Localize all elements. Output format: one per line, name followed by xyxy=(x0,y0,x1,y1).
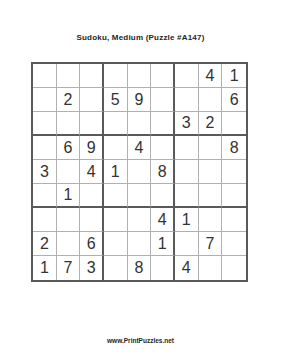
cell-r7-c8[interactable] xyxy=(199,208,223,232)
cell-r6-c4[interactable] xyxy=(104,184,128,208)
cell-r9-c6[interactable] xyxy=(151,256,175,280)
cell-r2-c9[interactable]: 6 xyxy=(222,88,246,112)
cell-r8-c5[interactable] xyxy=(128,232,152,256)
cell-r9-c1[interactable]: 1 xyxy=(33,256,57,280)
cell-r1-c5[interactable] xyxy=(128,64,152,88)
cell-r2-c1[interactable] xyxy=(33,88,57,112)
cell-r7-c4[interactable] xyxy=(104,208,128,232)
cell-r6-c7[interactable] xyxy=(175,184,199,208)
cell-r6-c9[interactable] xyxy=(222,184,246,208)
cell-r8-c1[interactable]: 2 xyxy=(33,232,57,256)
cell-r5-c6[interactable]: 8 xyxy=(151,160,175,184)
cell-r2-c3[interactable] xyxy=(80,88,104,112)
cell-r9-c9[interactable] xyxy=(222,256,246,280)
cell-r9-c3[interactable]: 3 xyxy=(80,256,104,280)
cell-r5-c4[interactable]: 1 xyxy=(104,160,128,184)
sudoku-board: 4125963269483418141261717384 xyxy=(31,62,248,282)
cell-r9-c5[interactable]: 8 xyxy=(128,256,152,280)
cell-r7-c6[interactable]: 4 xyxy=(151,208,175,232)
cell-r4-c9[interactable]: 8 xyxy=(222,136,246,160)
cell-r9-c8[interactable] xyxy=(199,256,223,280)
cell-r6-c5[interactable] xyxy=(128,184,152,208)
cell-r4-c3[interactable]: 9 xyxy=(80,136,104,160)
cell-r3-c1[interactable] xyxy=(33,112,57,136)
cell-r4-c6[interactable] xyxy=(151,136,175,160)
cell-r8-c8[interactable]: 7 xyxy=(199,232,223,256)
cell-r3-c9[interactable] xyxy=(222,112,246,136)
cell-r7-c7[interactable]: 1 xyxy=(175,208,199,232)
cell-r5-c2[interactable] xyxy=(57,160,81,184)
cell-r1-c1[interactable] xyxy=(33,64,57,88)
cell-r8-c7[interactable] xyxy=(175,232,199,256)
cell-r6-c1[interactable] xyxy=(33,184,57,208)
cell-r2-c7[interactable] xyxy=(175,88,199,112)
cell-r1-c7[interactable] xyxy=(175,64,199,88)
cell-r8-c3[interactable]: 6 xyxy=(80,232,104,256)
cell-r3-c2[interactable] xyxy=(57,112,81,136)
cell-r5-c9[interactable] xyxy=(222,160,246,184)
cell-r4-c4[interactable] xyxy=(104,136,128,160)
cell-r3-c8[interactable]: 2 xyxy=(199,112,223,136)
cell-r9-c7[interactable]: 4 xyxy=(175,256,199,280)
cell-r7-c9[interactable] xyxy=(222,208,246,232)
cell-r4-c5[interactable]: 4 xyxy=(128,136,152,160)
cell-r9-c4[interactable] xyxy=(104,256,128,280)
cell-r6-c8[interactable] xyxy=(199,184,223,208)
cell-r7-c2[interactable] xyxy=(57,208,81,232)
cell-r8-c4[interactable] xyxy=(104,232,128,256)
cell-r7-c3[interactable] xyxy=(80,208,104,232)
puzzle-title: Sudoku, Medium (Puzzle #A147) xyxy=(0,33,281,42)
cell-r8-c9[interactable] xyxy=(222,232,246,256)
cell-r4-c2[interactable]: 6 xyxy=(57,136,81,160)
cell-r1-c4[interactable] xyxy=(104,64,128,88)
cell-r6-c2[interactable]: 1 xyxy=(57,184,81,208)
cell-r7-c1[interactable] xyxy=(33,208,57,232)
cell-r5-c8[interactable] xyxy=(199,160,223,184)
cell-r8-c2[interactable] xyxy=(57,232,81,256)
cell-r3-c7[interactable]: 3 xyxy=(175,112,199,136)
cell-r5-c3[interactable]: 4 xyxy=(80,160,104,184)
footer-url: www.PrintPuzzles.net xyxy=(0,337,281,344)
cell-r1-c2[interactable] xyxy=(57,64,81,88)
cell-r5-c1[interactable]: 3 xyxy=(33,160,57,184)
cell-r1-c8[interactable]: 4 xyxy=(199,64,223,88)
cell-r3-c4[interactable] xyxy=(104,112,128,136)
cell-r4-c7[interactable] xyxy=(175,136,199,160)
cell-r5-c5[interactable] xyxy=(128,160,152,184)
cell-r2-c6[interactable] xyxy=(151,88,175,112)
cell-r8-c6[interactable]: 1 xyxy=(151,232,175,256)
cell-r3-c5[interactable] xyxy=(128,112,152,136)
cell-r2-c2[interactable]: 2 xyxy=(57,88,81,112)
cell-r1-c6[interactable] xyxy=(151,64,175,88)
cell-r3-c6[interactable] xyxy=(151,112,175,136)
cell-r2-c4[interactable]: 5 xyxy=(104,88,128,112)
cell-r6-c3[interactable] xyxy=(80,184,104,208)
cell-r6-c6[interactable] xyxy=(151,184,175,208)
cell-r2-c5[interactable]: 9 xyxy=(128,88,152,112)
cell-r1-c3[interactable] xyxy=(80,64,104,88)
puzzle-page: Sudoku, Medium (Puzzle #A147) 4125963269… xyxy=(0,0,281,363)
cell-r4-c1[interactable] xyxy=(33,136,57,160)
cell-r7-c5[interactable] xyxy=(128,208,152,232)
cell-r3-c3[interactable] xyxy=(80,112,104,136)
cell-r5-c7[interactable] xyxy=(175,160,199,184)
cell-r9-c2[interactable]: 7 xyxy=(57,256,81,280)
cell-r4-c8[interactable] xyxy=(199,136,223,160)
cell-r2-c8[interactable] xyxy=(199,88,223,112)
cell-r1-c9[interactable]: 1 xyxy=(222,64,246,88)
